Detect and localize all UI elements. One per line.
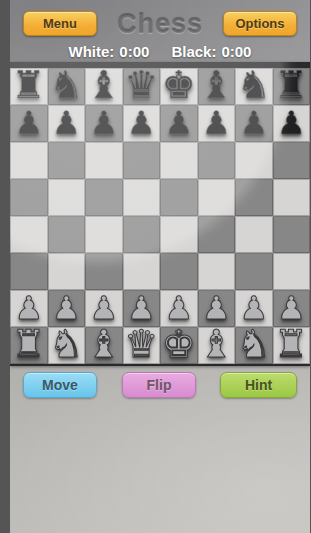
square-b4[interactable]: [48, 216, 86, 253]
square-e8[interactable]: ♚: [160, 68, 198, 105]
square-b6[interactable]: [48, 142, 86, 179]
chess-app-screen: Menu Chess Options White:0:00 Black:0:00…: [10, 0, 310, 533]
square-h4[interactable]: [273, 216, 311, 253]
square-f6[interactable]: [198, 142, 236, 179]
square-d4[interactable]: [123, 216, 161, 253]
square-b7[interactable]: ♟: [48, 105, 86, 142]
square-f4[interactable]: [198, 216, 236, 253]
piece-black-pawn[interactable]: ♟: [164, 107, 193, 139]
square-f7[interactable]: ♟: [198, 105, 236, 142]
options-button[interactable]: Options: [223, 11, 297, 36]
square-a6[interactable]: [10, 142, 48, 179]
piece-black-rook[interactable]: ♜: [274, 66, 308, 104]
square-h1[interactable]: ♜: [273, 327, 311, 364]
black-clock-label: Black:: [171, 43, 216, 60]
square-a1[interactable]: ♜: [10, 327, 48, 364]
black-clock: Black:0:00: [171, 43, 251, 61]
square-h8[interactable]: ♜: [273, 68, 311, 105]
square-e5[interactable]: [160, 179, 198, 216]
square-h5[interactable]: [273, 179, 311, 216]
square-f5[interactable]: [198, 179, 236, 216]
piece-black-rook[interactable]: ♜: [12, 66, 46, 104]
square-d3[interactable]: [123, 253, 161, 290]
square-g4[interactable]: [235, 216, 273, 253]
square-f3[interactable]: [198, 253, 236, 290]
piece-black-knight[interactable]: ♞: [49, 66, 83, 104]
piece-black-pawn[interactable]: ♟: [14, 107, 43, 139]
piece-black-bishop[interactable]: ♝: [199, 66, 233, 104]
square-c8[interactable]: ♝: [85, 68, 123, 105]
square-b3[interactable]: [48, 253, 86, 290]
piece-black-king[interactable]: ♚: [162, 66, 196, 104]
square-g5[interactable]: [235, 179, 273, 216]
move-button[interactable]: Move: [23, 372, 97, 398]
piece-white-bishop[interactable]: ♝: [199, 325, 233, 363]
square-d1[interactable]: ♛: [123, 327, 161, 364]
white-clock-label: White:: [69, 43, 115, 60]
square-d5[interactable]: [123, 179, 161, 216]
square-e1[interactable]: ♚: [160, 327, 198, 364]
piece-black-queen[interactable]: ♛: [124, 66, 158, 104]
chess-board-frame: ♜♞♝♛♚♝♞♜♟♟♟♟♟♟♟♟♟♟♟♟♟♟♟♟♜♞♝♛♚♝♞♜: [10, 62, 310, 366]
piece-black-pawn[interactable]: ♟: [52, 107, 81, 139]
piece-white-knight[interactable]: ♞: [49, 325, 83, 363]
square-c4[interactable]: [85, 216, 123, 253]
clock-row: White:0:00 Black:0:00: [10, 43, 310, 61]
square-f8[interactable]: ♝: [198, 68, 236, 105]
piece-black-pawn[interactable]: ♟: [202, 107, 231, 139]
square-d7[interactable]: ♟: [123, 105, 161, 142]
piece-white-pawn[interactable]: ♟: [277, 292, 306, 324]
piece-black-pawn[interactable]: ♟: [277, 107, 306, 139]
square-b5[interactable]: [48, 179, 86, 216]
white-clock-time: 0:00: [119, 43, 149, 60]
square-g3[interactable]: [235, 253, 273, 290]
piece-white-pawn[interactable]: ♟: [239, 292, 268, 324]
square-f1[interactable]: ♝: [198, 327, 236, 364]
square-c6[interactable]: [85, 142, 123, 179]
square-b1[interactable]: ♞: [48, 327, 86, 364]
square-d6[interactable]: [123, 142, 161, 179]
square-c1[interactable]: ♝: [85, 327, 123, 364]
square-g1[interactable]: ♞: [235, 327, 273, 364]
piece-white-bishop[interactable]: ♝: [87, 325, 121, 363]
square-a7[interactable]: ♟: [10, 105, 48, 142]
piece-white-pawn[interactable]: ♟: [164, 292, 193, 324]
piece-white-rook[interactable]: ♜: [274, 325, 308, 363]
square-h6[interactable]: [273, 142, 311, 179]
hint-button[interactable]: Hint: [220, 372, 297, 398]
square-h7[interactable]: ♟: [273, 105, 311, 142]
piece-black-pawn[interactable]: ♟: [89, 107, 118, 139]
square-c7[interactable]: ♟: [85, 105, 123, 142]
chess-board: ♜♞♝♛♚♝♞♜♟♟♟♟♟♟♟♟♟♟♟♟♟♟♟♟♜♞♝♛♚♝♞♜: [10, 68, 310, 364]
square-a8[interactable]: ♜: [10, 68, 48, 105]
piece-black-knight[interactable]: ♞: [237, 66, 271, 104]
square-g7[interactable]: ♟: [235, 105, 273, 142]
piece-white-pawn[interactable]: ♟: [14, 292, 43, 324]
square-b8[interactable]: ♞: [48, 68, 86, 105]
piece-white-queen[interactable]: ♛: [124, 325, 158, 363]
black-clock-time: 0:00: [221, 43, 251, 60]
piece-black-bishop[interactable]: ♝: [87, 66, 121, 104]
square-g6[interactable]: [235, 142, 273, 179]
square-e7[interactable]: ♟: [160, 105, 198, 142]
square-a4[interactable]: [10, 216, 48, 253]
square-g8[interactable]: ♞: [235, 68, 273, 105]
piece-white-pawn[interactable]: ♟: [52, 292, 81, 324]
square-c3[interactable]: [85, 253, 123, 290]
flip-button[interactable]: Flip: [122, 372, 196, 398]
white-clock: White:0:00: [69, 43, 150, 61]
piece-black-pawn[interactable]: ♟: [239, 107, 268, 139]
piece-white-knight[interactable]: ♞: [237, 325, 271, 363]
square-a5[interactable]: [10, 179, 48, 216]
piece-white-pawn[interactable]: ♟: [127, 292, 156, 324]
square-e4[interactable]: [160, 216, 198, 253]
piece-white-pawn[interactable]: ♟: [202, 292, 231, 324]
square-d8[interactable]: ♛: [123, 68, 161, 105]
piece-white-king[interactable]: ♚: [162, 325, 196, 363]
square-c5[interactable]: [85, 179, 123, 216]
square-h3[interactable]: [273, 253, 311, 290]
square-a3[interactable]: [10, 253, 48, 290]
piece-black-pawn[interactable]: ♟: [127, 107, 156, 139]
piece-white-rook[interactable]: ♜: [12, 325, 46, 363]
square-e3[interactable]: [160, 253, 198, 290]
piece-white-pawn[interactable]: ♟: [89, 292, 118, 324]
square-e6[interactable]: [160, 142, 198, 179]
